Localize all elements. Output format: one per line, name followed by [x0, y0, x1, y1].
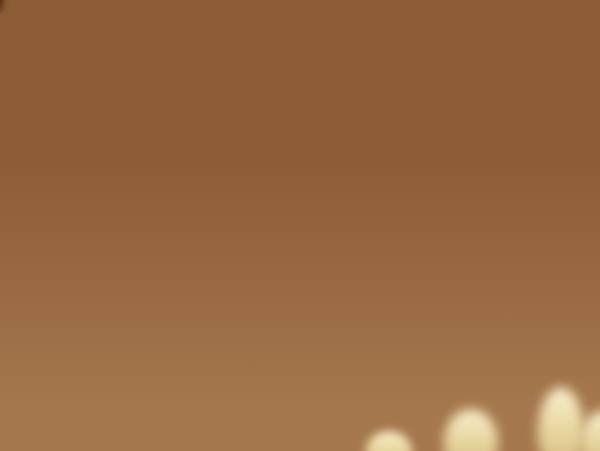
white-pawn-blurred-3 [538, 387, 584, 451]
white-pawn-blurred-1 [366, 431, 412, 451]
white-pawn-blurred-4 [580, 411, 600, 451]
white-pawn-blurred-2 [444, 409, 498, 451]
chess-set-photo: ♜♞♝♛♚♝♞♜♟♟♟♟♟♟♟♟ [0, 0, 600, 451]
blurred-white-pieces-layer [0, 0, 600, 451]
